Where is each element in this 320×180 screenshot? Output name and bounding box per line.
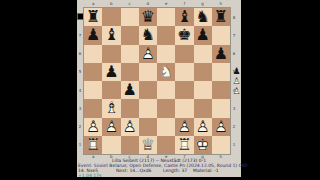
piece-bP: ♟: [194, 26, 212, 44]
square-g2[interactable]: ♟♙: [194, 118, 212, 136]
piece-bK: ♚: [175, 26, 193, 44]
square-b2[interactable]: ♟♙: [102, 118, 120, 136]
square-f3[interactable]: [175, 99, 193, 117]
square-g1[interactable]: ♚♔: [194, 136, 212, 154]
move-info-line: 14. Nxe5 Next: 14...Qxd6 Length: 37 Mate…: [77, 168, 241, 173]
captured-piece: ♟♙: [232, 86, 241, 96]
piece-wP: ♟♙: [84, 118, 102, 136]
square-h1[interactable]: [212, 136, 230, 154]
next-move: Next: 14...Qxd6: [116, 168, 151, 173]
piece-wB: ♝♗: [102, 99, 120, 117]
square-a7[interactable]: ♟: [84, 26, 102, 44]
square-a3[interactable]: [84, 99, 102, 117]
piece-wP: ♟♙: [212, 118, 230, 136]
piece-wN: ♞♘: [157, 63, 175, 81]
piece-bP: ♟: [212, 45, 230, 63]
rank-label: 1: [77, 136, 83, 154]
square-e1[interactable]: [157, 136, 175, 154]
piece-bP: ♟: [84, 26, 102, 44]
square-g6[interactable]: [194, 45, 212, 63]
square-b4[interactable]: [102, 81, 120, 99]
square-f4[interactable]: [175, 81, 193, 99]
square-b5[interactable]: ♟: [102, 63, 120, 81]
square-d4[interactable]: [139, 81, 157, 99]
square-h7[interactable]: [212, 26, 230, 44]
piece-wR: ♜♖: [84, 136, 102, 154]
square-c3[interactable]: [121, 99, 139, 117]
square-g7[interactable]: ♟: [194, 26, 212, 44]
square-a1[interactable]: ♜♖: [84, 136, 102, 154]
square-b8[interactable]: [102, 8, 120, 26]
piece-wP: ♟♙: [194, 118, 212, 136]
piece-bQ: ♛: [139, 8, 157, 26]
square-e2[interactable]: [157, 118, 175, 136]
rank-label: 3: [231, 99, 237, 117]
file-labels-top: abcdefgh: [84, 1, 230, 7]
rank-label: 7: [77, 26, 83, 44]
square-e4[interactable]: [157, 81, 175, 99]
square-d5[interactable]: [139, 63, 157, 81]
square-g4[interactable]: [194, 81, 212, 99]
rank-label: 7: [231, 26, 237, 44]
rank-label: 6: [77, 45, 83, 63]
square-h8[interactable]: ♜: [212, 8, 230, 26]
piece-bB: ♝: [175, 8, 193, 26]
piece-wP: ♟♙: [175, 118, 193, 136]
rank-label: 2: [77, 118, 83, 136]
rank-label: 2: [231, 118, 237, 136]
square-c7[interactable]: [121, 26, 139, 44]
piece-wP: ♟♙: [139, 45, 157, 63]
file-label: g: [194, 1, 212, 7]
square-c1[interactable]: [121, 136, 139, 154]
rank-label: 6: [231, 45, 237, 63]
square-f5[interactable]: [175, 63, 193, 81]
square-e3[interactable]: [157, 99, 175, 117]
square-e6[interactable]: [157, 45, 175, 63]
square-h4[interactable]: [212, 81, 230, 99]
captured-piece: ♟: [232, 66, 241, 76]
rank-label: 5: [77, 63, 83, 81]
chess-app-panel: abcdefgh 87654321 87654321 abcdefgh ♜♛♝♞…: [77, 0, 241, 177]
engine-eval-line: +1.04 17s: [78, 173, 101, 178]
file-label: e: [157, 1, 175, 7]
square-b7[interactable]: ♝: [102, 26, 120, 44]
piece-wK: ♚♔: [194, 136, 212, 154]
square-f7[interactable]: ♚: [175, 26, 193, 44]
square-f2[interactable]: ♟♙: [175, 118, 193, 136]
square-c6[interactable]: [121, 45, 139, 63]
square-b3[interactable]: ♝♗: [102, 99, 120, 117]
square-f6[interactable]: [175, 45, 193, 63]
piece-bR: ♜: [84, 8, 102, 26]
square-g3[interactable]: [194, 99, 212, 117]
file-label: f: [175, 1, 193, 7]
square-b6[interactable]: [102, 45, 120, 63]
piece-bR: ♜: [212, 8, 230, 26]
rank-label: 3: [77, 99, 83, 117]
piece-bN: ♞: [194, 8, 212, 26]
rank-label: 4: [77, 81, 83, 99]
square-e8[interactable]: [157, 8, 175, 26]
square-c8[interactable]: [121, 8, 139, 26]
square-a6[interactable]: [84, 45, 102, 63]
square-f8[interactable]: ♝: [175, 8, 193, 26]
chess-board: ♜♛♝♞♜♟♝♞♚♟♟♙♟♟♞♘♟♝♗♟♙♟♙♟♙♟♙♟♙♟♙♜♖♛♕♜♖♚♔: [84, 8, 230, 154]
letterbox-left: [0, 0, 77, 180]
square-e5[interactable]: ♞♘: [157, 63, 175, 81]
square-c2[interactable]: ♟♙: [121, 118, 139, 136]
square-h2[interactable]: ♟♙: [212, 118, 230, 136]
file-label: h: [212, 1, 230, 7]
piece-wQ: ♛♕: [139, 136, 157, 154]
piece-wP: ♟♙: [121, 118, 139, 136]
rank-label: 1: [231, 136, 237, 154]
captured-piece: ♟♙: [232, 76, 241, 86]
square-d2[interactable]: [139, 118, 157, 136]
file-label: d: [139, 1, 157, 7]
square-a8[interactable]: ♜: [84, 8, 102, 26]
square-d3[interactable]: [139, 99, 157, 117]
piece-wP: ♟♙: [102, 118, 120, 136]
square-e7[interactable]: [157, 26, 175, 44]
square-d6[interactable]: ♟♙: [139, 45, 157, 63]
piece-bP: ♟: [102, 63, 120, 81]
square-h3[interactable]: [212, 99, 230, 117]
captured-pieces-tray: ♟♟♙♟♙: [232, 66, 241, 96]
square-h6[interactable]: ♟: [212, 45, 230, 63]
square-c5[interactable]: [121, 63, 139, 81]
square-h5[interactable]: [212, 63, 230, 81]
square-g8[interactable]: ♞: [194, 8, 212, 26]
square-a2[interactable]: ♟♙: [84, 118, 102, 136]
side-to-move-indicator: [77, 13, 84, 20]
file-label: c: [121, 1, 139, 7]
piece-bP: ♟: [121, 81, 139, 99]
material-count: Material: -1: [193, 168, 219, 173]
square-d8[interactable]: ♛: [139, 8, 157, 26]
piece-bB: ♝: [102, 26, 120, 44]
square-a5[interactable]: [84, 63, 102, 81]
file-label: a: [84, 1, 102, 7]
piece-wR: ♜♖: [175, 136, 193, 154]
rank-labels-left: 87654321: [77, 8, 83, 154]
square-d7[interactable]: ♞: [139, 26, 157, 44]
piece-bN: ♞: [139, 26, 157, 44]
square-g5[interactable]: [194, 63, 212, 81]
square-c4[interactable]: ♟: [121, 81, 139, 99]
square-a4[interactable]: [84, 81, 102, 99]
file-label: b: [102, 1, 120, 7]
square-b1[interactable]: [102, 136, 120, 154]
letterbox-right: [241, 0, 320, 180]
rank-label: 8: [231, 8, 237, 26]
square-d1[interactable]: ♛♕: [139, 136, 157, 154]
square-f1[interactable]: ♜♖: [175, 136, 193, 154]
game-length: Length: 37: [163, 168, 187, 173]
